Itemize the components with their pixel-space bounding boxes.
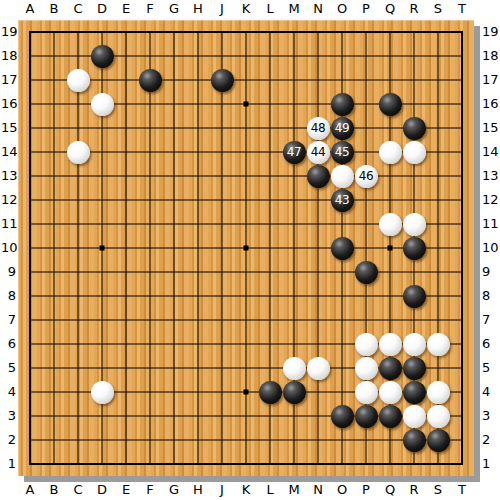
intersection-R11[interactable]: [402, 212, 426, 236]
intersection-T6[interactable]: [450, 332, 474, 356]
black-stone-Q16[interactable]: [379, 93, 402, 116]
intersection-K12[interactable]: [234, 188, 258, 212]
white-stone-Q4[interactable]: [379, 381, 402, 404]
intersection-T18[interactable]: [450, 44, 474, 68]
intersection-S18[interactable]: [426, 44, 450, 68]
intersection-J14[interactable]: [210, 140, 234, 164]
white-stone-N5[interactable]: [307, 357, 330, 380]
intersection-M4[interactable]: [282, 380, 306, 404]
intersection-H14[interactable]: [186, 140, 210, 164]
intersection-T3[interactable]: [450, 404, 474, 428]
intersection-M11[interactable]: [282, 212, 306, 236]
intersection-P3[interactable]: [354, 404, 378, 428]
intersection-F1[interactable]: [138, 452, 162, 476]
intersection-N8[interactable]: [306, 284, 330, 308]
intersection-A9[interactable]: [18, 260, 42, 284]
intersection-H8[interactable]: [186, 284, 210, 308]
white-stone-Q6[interactable]: [379, 333, 402, 356]
black-stone-L4[interactable]: [259, 381, 282, 404]
intersection-O12[interactable]: 43: [330, 188, 354, 212]
white-stone-C17[interactable]: [67, 69, 90, 92]
intersection-B14[interactable]: [42, 140, 66, 164]
intersection-D4[interactable]: [90, 380, 114, 404]
black-stone-P9[interactable]: [355, 261, 378, 284]
intersection-E15[interactable]: [114, 116, 138, 140]
intersection-O14[interactable]: 45: [330, 140, 354, 164]
intersection-M5[interactable]: [282, 356, 306, 380]
intersection-D1[interactable]: [90, 452, 114, 476]
intersection-H19[interactable]: [186, 20, 210, 44]
black-stone-R5[interactable]: [403, 357, 426, 380]
intersection-J11[interactable]: [210, 212, 234, 236]
intersection-G19[interactable]: [162, 20, 186, 44]
intersection-L19[interactable]: [258, 20, 282, 44]
intersection-G18[interactable]: [162, 44, 186, 68]
intersection-M12[interactable]: [282, 188, 306, 212]
intersection-M9[interactable]: [282, 260, 306, 284]
intersection-C18[interactable]: [66, 44, 90, 68]
intersection-S4[interactable]: [426, 380, 450, 404]
intersection-M8[interactable]: [282, 284, 306, 308]
intersection-Q7[interactable]: [378, 308, 402, 332]
white-stone-R6[interactable]: [403, 333, 426, 356]
intersection-O15[interactable]: 49: [330, 116, 354, 140]
go-board[interactable]: 48494744454643: [18, 20, 474, 476]
intersection-K11[interactable]: [234, 212, 258, 236]
intersection-M7[interactable]: [282, 308, 306, 332]
intersection-S3[interactable]: [426, 404, 450, 428]
intersection-O17[interactable]: [330, 68, 354, 92]
intersection-J10[interactable]: [210, 236, 234, 260]
intersection-Q16[interactable]: [378, 92, 402, 116]
black-stone-O12[interactable]: 43: [331, 189, 354, 212]
intersection-B5[interactable]: [42, 356, 66, 380]
intersection-F6[interactable]: [138, 332, 162, 356]
intersection-S1[interactable]: [426, 452, 450, 476]
intersection-A12[interactable]: [18, 188, 42, 212]
black-stone-R10[interactable]: [403, 237, 426, 260]
intersection-B2[interactable]: [42, 428, 66, 452]
intersection-H17[interactable]: [186, 68, 210, 92]
intersection-D19[interactable]: [90, 20, 114, 44]
intersection-A18[interactable]: [18, 44, 42, 68]
intersection-T16[interactable]: [450, 92, 474, 116]
intersection-K9[interactable]: [234, 260, 258, 284]
intersection-S11[interactable]: [426, 212, 450, 236]
intersection-T7[interactable]: [450, 308, 474, 332]
intersection-O19[interactable]: [330, 20, 354, 44]
intersection-L3[interactable]: [258, 404, 282, 428]
intersection-K2[interactable]: [234, 428, 258, 452]
intersection-E9[interactable]: [114, 260, 138, 284]
intersection-O11[interactable]: [330, 212, 354, 236]
intersection-K18[interactable]: [234, 44, 258, 68]
white-stone-N15[interactable]: 48: [307, 117, 330, 140]
intersection-A14[interactable]: [18, 140, 42, 164]
intersection-O13[interactable]: [330, 164, 354, 188]
intersection-M6[interactable]: [282, 332, 306, 356]
intersection-E6[interactable]: [114, 332, 138, 356]
intersection-B3[interactable]: [42, 404, 66, 428]
intersection-O10[interactable]: [330, 236, 354, 260]
intersection-H4[interactable]: [186, 380, 210, 404]
intersection-F8[interactable]: [138, 284, 162, 308]
intersection-E3[interactable]: [114, 404, 138, 428]
intersection-P7[interactable]: [354, 308, 378, 332]
intersection-P5[interactable]: [354, 356, 378, 380]
intersection-D3[interactable]: [90, 404, 114, 428]
intersection-C13[interactable]: [66, 164, 90, 188]
intersection-S12[interactable]: [426, 188, 450, 212]
black-stone-R8[interactable]: [403, 285, 426, 308]
intersection-R15[interactable]: [402, 116, 426, 140]
intersection-L10[interactable]: [258, 236, 282, 260]
intersection-F2[interactable]: [138, 428, 162, 452]
intersection-P13[interactable]: 46: [354, 164, 378, 188]
intersection-B7[interactable]: [42, 308, 66, 332]
intersection-K4[interactable]: [234, 380, 258, 404]
intersection-M18[interactable]: [282, 44, 306, 68]
intersection-M1[interactable]: [282, 452, 306, 476]
intersection-P18[interactable]: [354, 44, 378, 68]
intersection-H11[interactable]: [186, 212, 210, 236]
white-stone-O13[interactable]: [331, 165, 354, 188]
intersection-G12[interactable]: [162, 188, 186, 212]
intersection-P11[interactable]: [354, 212, 378, 236]
intersection-B16[interactable]: [42, 92, 66, 116]
intersection-K1[interactable]: [234, 452, 258, 476]
intersection-F5[interactable]: [138, 356, 162, 380]
black-stone-P3[interactable]: [355, 405, 378, 428]
intersection-C16[interactable]: [66, 92, 90, 116]
intersection-B10[interactable]: [42, 236, 66, 260]
intersection-H12[interactable]: [186, 188, 210, 212]
black-stone-M14[interactable]: 47: [283, 141, 306, 164]
intersection-Q14[interactable]: [378, 140, 402, 164]
intersection-Q10[interactable]: [378, 236, 402, 260]
intersection-H9[interactable]: [186, 260, 210, 284]
white-stone-S4[interactable]: [427, 381, 450, 404]
intersection-C9[interactable]: [66, 260, 90, 284]
intersection-T13[interactable]: [450, 164, 474, 188]
intersection-B9[interactable]: [42, 260, 66, 284]
black-stone-O14[interactable]: 45: [331, 141, 354, 164]
intersection-H7[interactable]: [186, 308, 210, 332]
intersection-L2[interactable]: [258, 428, 282, 452]
intersection-K5[interactable]: [234, 356, 258, 380]
intersection-H5[interactable]: [186, 356, 210, 380]
intersection-N17[interactable]: [306, 68, 330, 92]
intersection-S13[interactable]: [426, 164, 450, 188]
intersection-R5[interactable]: [402, 356, 426, 380]
intersection-P14[interactable]: [354, 140, 378, 164]
intersection-S14[interactable]: [426, 140, 450, 164]
intersection-P2[interactable]: [354, 428, 378, 452]
intersection-M14[interactable]: 47: [282, 140, 306, 164]
black-stone-Q5[interactable]: [379, 357, 402, 380]
intersection-J17[interactable]: [210, 68, 234, 92]
intersection-D10[interactable]: [90, 236, 114, 260]
intersection-R4[interactable]: [402, 380, 426, 404]
intersection-Q2[interactable]: [378, 428, 402, 452]
intersection-N4[interactable]: [306, 380, 330, 404]
intersection-F16[interactable]: [138, 92, 162, 116]
intersection-L4[interactable]: [258, 380, 282, 404]
intersection-B18[interactable]: [42, 44, 66, 68]
white-stone-M5[interactable]: [283, 357, 306, 380]
intersection-L16[interactable]: [258, 92, 282, 116]
intersection-T10[interactable]: [450, 236, 474, 260]
intersection-J7[interactable]: [210, 308, 234, 332]
white-stone-R3[interactable]: [403, 405, 426, 428]
intersection-D15[interactable]: [90, 116, 114, 140]
intersection-R7[interactable]: [402, 308, 426, 332]
intersection-B4[interactable]: [42, 380, 66, 404]
intersection-A11[interactable]: [18, 212, 42, 236]
intersection-R17[interactable]: [402, 68, 426, 92]
intersection-M16[interactable]: [282, 92, 306, 116]
intersection-L11[interactable]: [258, 212, 282, 236]
intersection-N18[interactable]: [306, 44, 330, 68]
intersection-T5[interactable]: [450, 356, 474, 380]
black-stone-O16[interactable]: [331, 93, 354, 116]
intersection-K14[interactable]: [234, 140, 258, 164]
white-stone-P6[interactable]: [355, 333, 378, 356]
intersection-T17[interactable]: [450, 68, 474, 92]
intersection-L9[interactable]: [258, 260, 282, 284]
intersection-J12[interactable]: [210, 188, 234, 212]
intersection-C5[interactable]: [66, 356, 90, 380]
intersection-E12[interactable]: [114, 188, 138, 212]
intersection-E19[interactable]: [114, 20, 138, 44]
intersection-Q3[interactable]: [378, 404, 402, 428]
intersection-R19[interactable]: [402, 20, 426, 44]
intersection-A16[interactable]: [18, 92, 42, 116]
intersection-P12[interactable]: [354, 188, 378, 212]
intersection-N14[interactable]: 44: [306, 140, 330, 164]
intersection-K7[interactable]: [234, 308, 258, 332]
intersection-T19[interactable]: [450, 20, 474, 44]
intersection-J13[interactable]: [210, 164, 234, 188]
intersection-G11[interactable]: [162, 212, 186, 236]
intersection-L15[interactable]: [258, 116, 282, 140]
intersection-O2[interactable]: [330, 428, 354, 452]
intersection-M3[interactable]: [282, 404, 306, 428]
intersection-O4[interactable]: [330, 380, 354, 404]
intersection-R6[interactable]: [402, 332, 426, 356]
black-stone-J17[interactable]: [211, 69, 234, 92]
intersection-G2[interactable]: [162, 428, 186, 452]
intersection-E2[interactable]: [114, 428, 138, 452]
intersection-T4[interactable]: [450, 380, 474, 404]
black-stone-R4[interactable]: [403, 381, 426, 404]
intersection-E11[interactable]: [114, 212, 138, 236]
intersection-S10[interactable]: [426, 236, 450, 260]
intersection-O16[interactable]: [330, 92, 354, 116]
intersection-J3[interactable]: [210, 404, 234, 428]
intersection-Q19[interactable]: [378, 20, 402, 44]
intersection-N11[interactable]: [306, 212, 330, 236]
intersection-G5[interactable]: [162, 356, 186, 380]
intersection-A1[interactable]: [18, 452, 42, 476]
intersection-B19[interactable]: [42, 20, 66, 44]
intersection-C11[interactable]: [66, 212, 90, 236]
intersection-P15[interactable]: [354, 116, 378, 140]
intersection-S6[interactable]: [426, 332, 450, 356]
intersection-L12[interactable]: [258, 188, 282, 212]
intersection-E17[interactable]: [114, 68, 138, 92]
intersection-E4[interactable]: [114, 380, 138, 404]
intersection-F18[interactable]: [138, 44, 162, 68]
intersection-F9[interactable]: [138, 260, 162, 284]
intersection-F15[interactable]: [138, 116, 162, 140]
intersection-P6[interactable]: [354, 332, 378, 356]
intersection-E1[interactable]: [114, 452, 138, 476]
intersection-R13[interactable]: [402, 164, 426, 188]
intersection-K3[interactable]: [234, 404, 258, 428]
intersection-N13[interactable]: [306, 164, 330, 188]
intersection-D12[interactable]: [90, 188, 114, 212]
intersection-K17[interactable]: [234, 68, 258, 92]
intersection-J1[interactable]: [210, 452, 234, 476]
black-stone-R15[interactable]: [403, 117, 426, 140]
intersection-C10[interactable]: [66, 236, 90, 260]
intersection-P9[interactable]: [354, 260, 378, 284]
intersection-E13[interactable]: [114, 164, 138, 188]
white-stone-P4[interactable]: [355, 381, 378, 404]
intersection-S8[interactable]: [426, 284, 450, 308]
intersection-L1[interactable]: [258, 452, 282, 476]
intersection-D6[interactable]: [90, 332, 114, 356]
white-stone-C14[interactable]: [67, 141, 90, 164]
intersection-A4[interactable]: [18, 380, 42, 404]
intersection-Q5[interactable]: [378, 356, 402, 380]
intersection-R9[interactable]: [402, 260, 426, 284]
intersection-D7[interactable]: [90, 308, 114, 332]
white-stone-D16[interactable]: [91, 93, 114, 116]
intersection-T11[interactable]: [450, 212, 474, 236]
intersection-L8[interactable]: [258, 284, 282, 308]
intersection-H2[interactable]: [186, 428, 210, 452]
intersection-R18[interactable]: [402, 44, 426, 68]
intersection-C3[interactable]: [66, 404, 90, 428]
intersection-J4[interactable]: [210, 380, 234, 404]
intersection-P17[interactable]: [354, 68, 378, 92]
intersection-R10[interactable]: [402, 236, 426, 260]
intersection-J16[interactable]: [210, 92, 234, 116]
intersection-S17[interactable]: [426, 68, 450, 92]
intersection-A15[interactable]: [18, 116, 42, 140]
intersection-H16[interactable]: [186, 92, 210, 116]
intersection-P19[interactable]: [354, 20, 378, 44]
intersection-A3[interactable]: [18, 404, 42, 428]
black-stone-S2[interactable]: [427, 429, 450, 452]
intersection-G15[interactable]: [162, 116, 186, 140]
white-stone-Q11[interactable]: [379, 213, 402, 236]
black-stone-R2[interactable]: [403, 429, 426, 452]
intersection-T14[interactable]: [450, 140, 474, 164]
white-stone-S3[interactable]: [427, 405, 450, 428]
intersection-R3[interactable]: [402, 404, 426, 428]
intersection-G16[interactable]: [162, 92, 186, 116]
intersection-G1[interactable]: [162, 452, 186, 476]
intersection-D14[interactable]: [90, 140, 114, 164]
intersection-P16[interactable]: [354, 92, 378, 116]
intersection-E5[interactable]: [114, 356, 138, 380]
intersection-C6[interactable]: [66, 332, 90, 356]
intersection-R8[interactable]: [402, 284, 426, 308]
intersection-N16[interactable]: [306, 92, 330, 116]
intersection-Q8[interactable]: [378, 284, 402, 308]
intersection-F17[interactable]: [138, 68, 162, 92]
black-stone-M4[interactable]: [283, 381, 306, 404]
intersection-Q11[interactable]: [378, 212, 402, 236]
intersection-G10[interactable]: [162, 236, 186, 260]
intersection-B11[interactable]: [42, 212, 66, 236]
intersection-S19[interactable]: [426, 20, 450, 44]
intersection-H13[interactable]: [186, 164, 210, 188]
intersection-M15[interactable]: [282, 116, 306, 140]
intersection-N6[interactable]: [306, 332, 330, 356]
intersection-D5[interactable]: [90, 356, 114, 380]
intersection-D17[interactable]: [90, 68, 114, 92]
intersection-L17[interactable]: [258, 68, 282, 92]
intersection-N9[interactable]: [306, 260, 330, 284]
black-stone-F17[interactable]: [139, 69, 162, 92]
intersection-H3[interactable]: [186, 404, 210, 428]
intersection-G8[interactable]: [162, 284, 186, 308]
intersection-M19[interactable]: [282, 20, 306, 44]
intersection-J5[interactable]: [210, 356, 234, 380]
intersection-G17[interactable]: [162, 68, 186, 92]
intersection-G7[interactable]: [162, 308, 186, 332]
intersection-N7[interactable]: [306, 308, 330, 332]
intersection-J9[interactable]: [210, 260, 234, 284]
intersection-J6[interactable]: [210, 332, 234, 356]
intersection-D2[interactable]: [90, 428, 114, 452]
black-stone-O10[interactable]: [331, 237, 354, 260]
intersection-K15[interactable]: [234, 116, 258, 140]
intersection-O8[interactable]: [330, 284, 354, 308]
intersection-B15[interactable]: [42, 116, 66, 140]
intersection-R1[interactable]: [402, 452, 426, 476]
intersection-J2[interactable]: [210, 428, 234, 452]
intersection-G14[interactable]: [162, 140, 186, 164]
intersection-B12[interactable]: [42, 188, 66, 212]
intersection-A6[interactable]: [18, 332, 42, 356]
intersection-M10[interactable]: [282, 236, 306, 260]
intersection-L13[interactable]: [258, 164, 282, 188]
intersection-E18[interactable]: [114, 44, 138, 68]
intersection-O5[interactable]: [330, 356, 354, 380]
intersection-T12[interactable]: [450, 188, 474, 212]
intersection-T15[interactable]: [450, 116, 474, 140]
intersection-L6[interactable]: [258, 332, 282, 356]
intersection-G13[interactable]: [162, 164, 186, 188]
intersection-F11[interactable]: [138, 212, 162, 236]
intersection-N5[interactable]: [306, 356, 330, 380]
intersection-D8[interactable]: [90, 284, 114, 308]
intersection-C12[interactable]: [66, 188, 90, 212]
intersection-Q4[interactable]: [378, 380, 402, 404]
intersection-E10[interactable]: [114, 236, 138, 260]
intersection-N10[interactable]: [306, 236, 330, 260]
intersection-D11[interactable]: [90, 212, 114, 236]
intersection-B6[interactable]: [42, 332, 66, 356]
intersection-E8[interactable]: [114, 284, 138, 308]
intersection-S2[interactable]: [426, 428, 450, 452]
intersection-R14[interactable]: [402, 140, 426, 164]
